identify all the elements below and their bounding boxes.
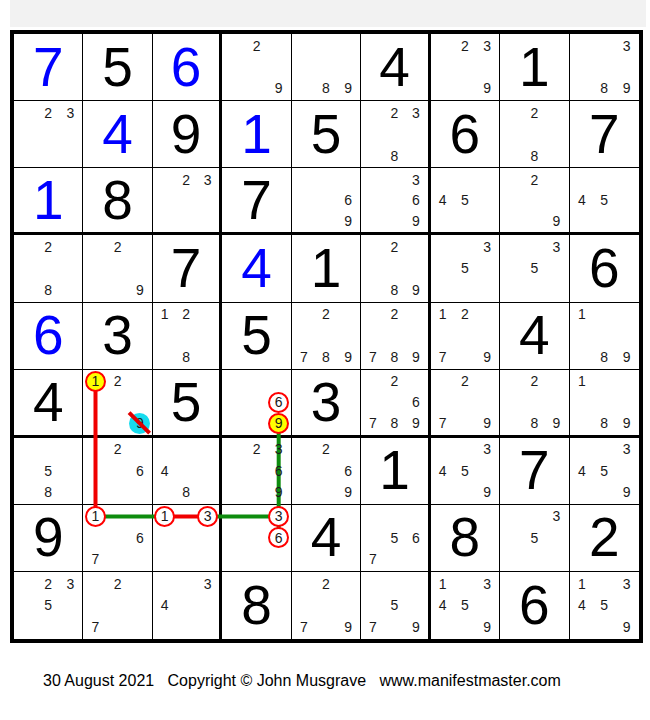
given-digit: 3 [102, 308, 133, 363]
pencil-mark-5: 5 [384, 598, 405, 612]
pencil-mark-5: 5 [593, 464, 615, 478]
given-digit: 8 [102, 173, 133, 228]
pencil-mark-1: 1 [571, 577, 593, 591]
red-circle-candidate-3: 3 [197, 506, 218, 527]
cyan-strike-candidate-9: 9 [129, 413, 150, 434]
entered-digit: 6 [171, 40, 202, 95]
pencil-mark-8: 8 [175, 350, 196, 364]
pencil-mark-2: 2 [107, 240, 129, 254]
given-digit: 3 [311, 375, 342, 430]
sudoku-grid: 7562989423913892349152386287182376936945… [14, 34, 639, 639]
cell-r5c9[interactable]: 189 [570, 303, 639, 370]
cell-r5c4[interactable]: 5 [222, 303, 291, 370]
pencil-mark-2: 2 [175, 307, 196, 321]
given-digit: 5 [241, 308, 272, 363]
cell-r7c8[interactable]: 7 [500, 438, 569, 505]
pencil-mark-2: 2 [245, 442, 267, 456]
pencil-mark-3: 3 [268, 442, 290, 456]
pencil-mark-2: 2 [454, 374, 476, 388]
pencil-mark-2: 2 [523, 106, 545, 120]
pencil-mark-9: 9 [545, 416, 567, 430]
pencil-mark-9: 9 [616, 350, 638, 364]
cell-r4c4[interactable]: 4 [222, 235, 291, 302]
pencil-mark-6: 6 [405, 193, 426, 207]
pencil-mark-3: 3 [476, 39, 498, 53]
pencil-mark-9: 9 [337, 81, 359, 95]
yellow-circle-candidate-1: 1 [85, 371, 106, 392]
given-digit: 4 [33, 375, 64, 430]
sudoku-board: 7562989423913892349152386287182376936945… [10, 30, 643, 643]
cell-r1c8[interactable]: 1 [500, 34, 569, 101]
given-digit: 6 [519, 578, 550, 633]
cell-r1c1[interactable]: 7 [14, 34, 83, 101]
pencil-mark-9: 9 [405, 214, 426, 228]
given-digit: 4 [311, 510, 342, 565]
pencil-mark-2: 2 [384, 240, 405, 254]
given-digit: 6 [450, 107, 481, 162]
pencil-mark-3: 3 [59, 106, 81, 120]
pencil-mark-8: 8 [384, 283, 405, 297]
given-digit: 5 [311, 107, 342, 162]
pencil-mark-7: 7 [432, 416, 454, 430]
cell-r8c1[interactable]: 9 [14, 505, 83, 572]
pencil-mark-9: 9 [129, 283, 151, 297]
pencil-mark-7: 7 [293, 350, 315, 364]
cell-r6c2[interactable]: 129 [83, 370, 152, 438]
cell-r9c6[interactable]: 579 [361, 572, 430, 639]
cell-r7c4[interactable]: 2369 [222, 438, 291, 505]
cell-r3c2[interactable]: 8 [83, 168, 152, 235]
pencil-mark-3: 3 [476, 577, 498, 591]
given-digit: 9 [33, 510, 64, 565]
cell-r7c2[interactable]: 26 [83, 438, 152, 505]
pencil-mark-3: 3 [59, 577, 81, 591]
cell-r6c3[interactable]: 5 [153, 370, 222, 438]
given-digit: 1 [519, 40, 550, 95]
given-digit: 7 [519, 443, 550, 498]
red-circle-candidate-6: 6 [268, 392, 289, 413]
pencil-mark-9: 9 [616, 485, 638, 499]
pencil-mark-1: 1 [432, 577, 454, 591]
cell-r4c8[interactable]: 35 [500, 235, 569, 302]
cell-r1c6[interactable]: 4 [361, 34, 430, 101]
cell-r9c5[interactable]: 279 [292, 572, 361, 639]
cell-r2c7[interactable]: 6 [431, 101, 500, 168]
cell-r5c5[interactable]: 2789 [292, 303, 361, 370]
pencil-mark-3: 3 [616, 577, 638, 591]
pencil-mark-9: 9 [616, 620, 638, 634]
pencil-mark-3: 3 [405, 173, 426, 187]
cell-r2c1[interactable]: 23 [14, 101, 83, 168]
cell-r3c7[interactable]: 45 [431, 168, 500, 235]
entered-digit: 1 [33, 173, 64, 228]
cell-r9c9[interactable]: 13459 [570, 572, 639, 639]
pencil-mark-7: 7 [362, 350, 383, 364]
pencil-mark-1: 1 [154, 307, 175, 321]
cell-r7c6[interactable]: 1 [361, 438, 430, 505]
cell-r4c1[interactable]: 28 [14, 235, 83, 302]
pencil-mark-2: 2 [315, 307, 337, 321]
top-banner [10, 0, 646, 27]
entered-digit: 4 [241, 241, 272, 296]
entered-digit: 4 [102, 107, 133, 162]
red-circle-candidate-1: 1 [154, 506, 175, 527]
cell-r9c4[interactable]: 8 [222, 572, 291, 639]
entered-digit: 7 [33, 40, 64, 95]
pencil-mark-5: 5 [454, 464, 476, 478]
pencil-mark-3: 3 [616, 39, 638, 53]
pencil-mark-8: 8 [37, 485, 59, 499]
pencil-mark-9: 9 [545, 214, 567, 228]
pencil-mark-3: 3 [405, 106, 426, 120]
pencil-mark-4: 4 [571, 193, 593, 207]
pencil-mark-7: 7 [362, 416, 383, 430]
cell-r3c8[interactable]: 29 [500, 168, 569, 235]
given-digit: 1 [311, 241, 342, 296]
pencil-mark-5: 5 [454, 261, 476, 275]
cell-r4c3[interactable]: 7 [153, 235, 222, 302]
pencil-mark-2: 2 [523, 374, 545, 388]
cell-r5c7[interactable]: 1279 [431, 303, 500, 370]
cell-r2c6[interactable]: 238 [361, 101, 430, 168]
pencil-mark-5: 5 [523, 261, 545, 275]
cell-r6c1[interactable]: 4 [14, 370, 83, 438]
pencil-mark-2: 2 [37, 106, 59, 120]
cell-r5c3[interactable]: 128 [153, 303, 222, 370]
pencil-mark-4: 4 [154, 464, 175, 478]
cell-r3c3[interactable]: 23 [153, 168, 222, 235]
cell-r7c1[interactable]: 58 [14, 438, 83, 505]
cell-r3c1[interactable]: 1 [14, 168, 83, 235]
cell-r9c1[interactable]: 235 [14, 572, 83, 639]
pencil-mark-2: 2 [454, 39, 476, 53]
pencil-mark-2: 2 [107, 577, 129, 591]
pencil-mark-8: 8 [523, 149, 545, 163]
cell-r6c8[interactable]: 289 [500, 370, 569, 438]
pencil-mark-5: 5 [523, 531, 545, 545]
pencil-mark-9: 9 [268, 485, 290, 499]
cell-r1c2[interactable]: 5 [83, 34, 152, 101]
pencil-mark-8: 8 [175, 485, 196, 499]
pencil-mark-6: 6 [337, 193, 359, 207]
pencil-mark-2: 2 [107, 442, 129, 456]
cell-r6c9[interactable]: 189 [570, 370, 639, 438]
cell-r4c9[interactable]: 6 [570, 235, 639, 302]
given-digit: 1 [379, 443, 410, 498]
pencil-mark-1: 1 [432, 307, 454, 321]
given-digit: 2 [589, 510, 620, 565]
pencil-mark-3: 3 [545, 509, 567, 523]
pencil-mark-2: 2 [454, 307, 476, 321]
cell-r4c7[interactable]: 35 [431, 235, 500, 302]
pencil-mark-9: 9 [337, 620, 359, 634]
cell-r5c1[interactable]: 6 [14, 303, 83, 370]
given-digit: 9 [171, 107, 202, 162]
cell-r1c9[interactable]: 389 [570, 34, 639, 101]
pencil-mark-2: 2 [37, 577, 59, 591]
cell-r1c4[interactable]: 29 [222, 34, 291, 101]
pencil-mark-6: 6 [129, 531, 151, 545]
pencil-mark-9: 9 [405, 283, 426, 297]
yellow-circle-candidate-9: 9 [268, 413, 289, 434]
pencil-mark-8: 8 [593, 81, 615, 95]
cell-r1c7[interactable]: 239 [431, 34, 500, 101]
red-circle-candidate-6: 6 [268, 527, 289, 548]
pencil-mark-2: 2 [523, 173, 545, 187]
pencil-mark-6: 6 [129, 464, 151, 478]
pencil-mark-2: 2 [384, 106, 405, 120]
cell-r5c6[interactable]: 2789 [361, 303, 430, 370]
pencil-mark-5: 5 [37, 464, 59, 478]
pencil-mark-7: 7 [362, 620, 383, 634]
footer-text: 30 August 2021 Copyright © John Musgrave… [43, 672, 561, 690]
cell-r2c4[interactable]: 1 [222, 101, 291, 168]
pencil-mark-5: 5 [593, 598, 615, 612]
pencil-mark-5: 5 [454, 598, 476, 612]
pencil-mark-9: 9 [337, 214, 359, 228]
cell-r3c6[interactable]: 369 [361, 168, 430, 235]
cell-r6c5[interactable]: 3 [292, 370, 361, 438]
cell-r7c5[interactable]: 269 [292, 438, 361, 505]
cell-r5c2[interactable]: 3 [83, 303, 152, 370]
cell-r2c9[interactable]: 7 [570, 101, 639, 168]
pencil-mark-4: 4 [571, 464, 593, 478]
pencil-mark-4: 4 [432, 598, 454, 612]
cell-r4c6[interactable]: 289 [361, 235, 430, 302]
red-circle-candidate-3: 3 [268, 506, 289, 527]
pencil-mark-6: 6 [337, 464, 359, 478]
given-digit: 7 [241, 173, 272, 228]
cell-r8c5[interactable]: 4 [292, 505, 361, 572]
pencil-mark-9: 9 [476, 416, 498, 430]
pencil-mark-8: 8 [593, 416, 615, 430]
pencil-mark-2: 2 [315, 577, 337, 591]
cell-r8c9[interactable]: 2 [570, 505, 639, 572]
cell-r6c7[interactable]: 279 [431, 370, 500, 438]
cell-r3c4[interactable]: 7 [222, 168, 291, 235]
pencil-mark-6: 6 [268, 464, 290, 478]
cell-r6c4[interactable]: 69 [222, 370, 291, 438]
pencil-mark-9: 9 [268, 81, 290, 95]
pencil-mark-8: 8 [37, 283, 59, 297]
pencil-mark-4: 4 [432, 464, 454, 478]
given-digit: 7 [589, 107, 620, 162]
pencil-mark-9: 9 [337, 350, 359, 364]
pencil-mark-8: 8 [384, 350, 405, 364]
cell-r8c7[interactable]: 8 [431, 505, 500, 572]
cell-r8c6[interactable]: 567 [361, 505, 430, 572]
pencil-mark-4: 4 [571, 598, 593, 612]
cell-r7c9[interactable]: 3459 [570, 438, 639, 505]
pencil-mark-9: 9 [616, 416, 638, 430]
pencil-mark-4: 4 [154, 598, 175, 612]
cell-r9c7[interactable]: 13459 [431, 572, 500, 639]
pencil-mark-2: 2 [37, 240, 59, 254]
pencil-mark-8: 8 [523, 416, 545, 430]
pencil-mark-5: 5 [37, 598, 59, 612]
cell-r4c5[interactable]: 1 [292, 235, 361, 302]
cell-r9c2[interactable]: 27 [83, 572, 152, 639]
cell-r9c3[interactable]: 34 [153, 572, 222, 639]
pencil-mark-9: 9 [405, 416, 426, 430]
given-digit: 5 [102, 40, 133, 95]
given-digit: 8 [241, 578, 272, 633]
pencil-mark-7: 7 [362, 552, 383, 566]
cell-r1c5[interactable]: 89 [292, 34, 361, 101]
entered-digit: 1 [241, 107, 272, 162]
pencil-mark-9: 9 [337, 485, 359, 499]
pencil-mark-6: 6 [405, 531, 426, 545]
cell-r7c7[interactable]: 3459 [431, 438, 500, 505]
given-digit: 4 [519, 308, 550, 363]
pencil-mark-9: 9 [405, 350, 426, 364]
cell-r5c8[interactable]: 4 [500, 303, 569, 370]
pencil-mark-1: 1 [571, 307, 593, 321]
pencil-mark-9: 9 [476, 81, 498, 95]
cell-r8c4[interactable]: 36 [222, 505, 291, 572]
cell-r2c2[interactable]: 4 [83, 101, 152, 168]
given-digit: 7 [171, 241, 202, 296]
cell-r7c3[interactable]: 48 [153, 438, 222, 505]
pencil-mark-9: 9 [476, 485, 498, 499]
pencil-mark-8: 8 [384, 149, 405, 163]
pencil-mark-9: 9 [476, 620, 498, 634]
pencil-mark-2: 2 [384, 374, 405, 388]
given-digit: 6 [589, 241, 620, 296]
cell-r2c8[interactable]: 28 [500, 101, 569, 168]
cell-r4c2[interactable]: 29 [83, 235, 152, 302]
pencil-mark-3: 3 [197, 577, 218, 591]
pencil-mark-5: 5 [593, 193, 615, 207]
entered-digit: 6 [33, 308, 64, 363]
pencil-mark-3: 3 [545, 240, 567, 254]
cell-r8c3[interactable]: 13 [153, 505, 222, 572]
pencil-mark-9: 9 [616, 81, 638, 95]
pencil-mark-2: 2 [315, 442, 337, 456]
pencil-mark-3: 3 [476, 240, 498, 254]
given-digit: 8 [450, 510, 481, 565]
pencil-mark-3: 3 [476, 442, 498, 456]
pencil-mark-9: 9 [405, 620, 426, 634]
cell-r3c5[interactable]: 69 [292, 168, 361, 235]
pencil-mark-4: 4 [432, 193, 454, 207]
pencil-mark-7: 7 [432, 350, 454, 364]
pencil-mark-7: 7 [84, 620, 106, 634]
cell-r8c8[interactable]: 35 [500, 505, 569, 572]
pencil-mark-8: 8 [315, 350, 337, 364]
pencil-mark-1: 1 [571, 374, 593, 388]
red-circle-candidate-1: 1 [85, 506, 106, 527]
cell-r2c3[interactable]: 9 [153, 101, 222, 168]
pencil-mark-8: 8 [593, 350, 615, 364]
cell-r8c2[interactable]: 167 [83, 505, 152, 572]
given-digit: 4 [379, 40, 410, 95]
pencil-mark-2: 2 [384, 307, 405, 321]
cell-r3c9[interactable]: 45 [570, 168, 639, 235]
given-digit: 5 [171, 375, 202, 430]
pencil-mark-2: 2 [175, 173, 196, 187]
pencil-mark-7: 7 [84, 552, 106, 566]
pencil-mark-9: 9 [476, 350, 498, 364]
pencil-mark-5: 5 [384, 531, 405, 545]
pencil-mark-3: 3 [197, 173, 218, 187]
pencil-mark-3: 3 [616, 442, 638, 456]
cell-r1c3[interactable]: 6 [153, 34, 222, 101]
pencil-mark-7: 7 [293, 620, 315, 634]
pencil-mark-8: 8 [384, 416, 405, 430]
pencil-mark-2: 2 [107, 374, 129, 388]
pencil-mark-2: 2 [245, 39, 267, 53]
pencil-mark-5: 5 [454, 193, 476, 207]
cell-r6c6[interactable]: 26789 [361, 370, 430, 438]
pencil-mark-8: 8 [315, 81, 337, 95]
cell-r9c8[interactable]: 6 [500, 572, 569, 639]
cell-r2c5[interactable]: 5 [292, 101, 361, 168]
pencil-mark-6: 6 [405, 395, 426, 409]
